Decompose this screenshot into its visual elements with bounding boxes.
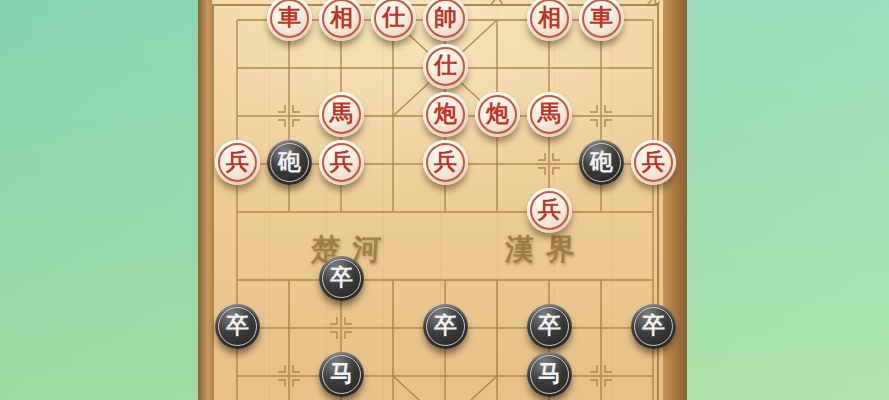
red-horse[interactable]: 馬	[527, 92, 572, 137]
red-horse[interactable]: 馬	[319, 92, 364, 137]
piece-glyph: 炮	[486, 102, 509, 127]
piece-glyph: 马	[538, 362, 561, 387]
piece-glyph: 兵	[434, 150, 457, 175]
piece-glyph: 卒	[538, 314, 561, 339]
piece-glyph: 仕	[382, 6, 405, 31]
black-pawn[interactable]: 卒	[215, 304, 260, 349]
black-pawn[interactable]: 卒	[423, 304, 468, 349]
piece-glyph: 車	[278, 6, 301, 31]
black-horse[interactable]: 马	[527, 352, 572, 397]
red-pawn[interactable]: 兵	[631, 140, 676, 185]
black-pawn[interactable]: 卒	[527, 304, 572, 349]
red-pawn[interactable]: 兵	[319, 140, 364, 185]
piece-glyph: 兵	[538, 198, 561, 223]
black-cannon[interactable]: 砲	[579, 140, 624, 185]
piece-glyph: 砲	[590, 150, 613, 175]
red-pawn[interactable]: 兵	[215, 140, 260, 185]
file-label-6: 六	[484, 0, 510, 7]
piece-glyph: 仕	[434, 54, 457, 79]
piece-glyph: 卒	[226, 314, 249, 339]
black-pawn[interactable]: 卒	[631, 304, 676, 349]
piece-glyph: 炮	[434, 102, 457, 127]
red-cannon[interactable]: 炮	[475, 92, 520, 137]
black-cannon[interactable]: 砲	[267, 140, 312, 185]
piece-glyph: 車	[590, 6, 613, 31]
xiangqi-board[interactable]: 一二三四五六七八九 楚河 漢界 車相仕帥相車仕馬炮炮馬兵砲兵兵砲兵兵卒卒卒卒卒马…	[198, 0, 687, 400]
piece-glyph: 马	[330, 362, 353, 387]
piece-glyph: 帥	[434, 6, 457, 31]
red-advisor[interactable]: 仕	[423, 44, 468, 89]
piece-glyph: 卒	[330, 266, 353, 291]
piece-glyph: 馬	[330, 102, 353, 127]
piece-glyph: 相	[330, 6, 353, 31]
piece-glyph: 砲	[278, 150, 301, 175]
piece-glyph: 馬	[538, 102, 561, 127]
file-label-9: 九	[640, 0, 666, 7]
red-pawn[interactable]: 兵	[423, 140, 468, 185]
game-scene: 一二三四五六七八九 楚河 漢界 車相仕帥相車仕馬炮炮馬兵砲兵兵砲兵兵卒卒卒卒卒马…	[0, 0, 889, 400]
piece-glyph: 卒	[642, 314, 665, 339]
file-label-1: 一	[224, 0, 250, 7]
black-pawn[interactable]: 卒	[319, 256, 364, 301]
red-pawn[interactable]: 兵	[527, 188, 572, 233]
piece-glyph: 卒	[434, 314, 457, 339]
piece-glyph: 兵	[330, 150, 353, 175]
piece-glyph: 兵	[642, 150, 665, 175]
river-label-right: 漢界	[475, 230, 605, 270]
black-horse[interactable]: 马	[319, 352, 364, 397]
piece-glyph: 相	[538, 6, 561, 31]
red-cannon[interactable]: 炮	[423, 92, 468, 137]
piece-glyph: 兵	[226, 150, 249, 175]
